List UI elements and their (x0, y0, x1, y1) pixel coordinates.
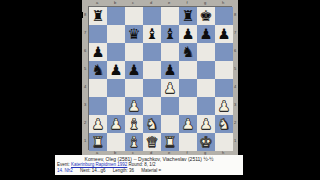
square-g1[interactable]: ♚ (197, 133, 215, 151)
square-b1[interactable] (107, 133, 125, 151)
square-d7[interactable]: ♝ (143, 25, 161, 43)
square-b4[interactable] (107, 79, 125, 97)
square-c8[interactable] (125, 7, 143, 25)
piece-white-rook: ♜ (92, 133, 105, 151)
caption-panel: Korneev, Oleg (2581) -- Dyachkov, Viache… (55, 155, 243, 175)
piece-black-queen: ♛ (128, 25, 141, 43)
square-h3[interactable]: ♟ (215, 97, 233, 115)
square-e5[interactable]: ♟ (161, 61, 179, 79)
square-e3[interactable] (161, 97, 179, 115)
square-c3[interactable]: ♟ (125, 97, 143, 115)
square-g3[interactable] (197, 97, 215, 115)
black-player-rating: (2511) (188, 156, 202, 162)
square-g5[interactable] (197, 61, 215, 79)
square-h8[interactable] (215, 7, 233, 25)
event-label: Event: (57, 162, 70, 167)
game-result: ½-½ (203, 156, 213, 162)
piece-white-pawn: ♟ (164, 79, 177, 97)
square-d1[interactable]: ♛ (143, 133, 161, 151)
square-f6[interactable]: ♞ (179, 43, 197, 61)
square-b5[interactable]: ♟ (107, 61, 125, 79)
square-f7[interactable]: ♟ (179, 25, 197, 43)
square-d3[interactable] (143, 97, 161, 115)
piece-white-pawn: ♟ (200, 115, 213, 133)
square-e7[interactable]: ♝ (161, 25, 179, 43)
next-move: Next: 14...g6 (80, 168, 106, 173)
square-f5[interactable] (179, 61, 197, 79)
piece-black-knight: ♞ (92, 61, 105, 79)
square-e1[interactable]: ♜ (161, 133, 179, 151)
square-b7[interactable] (107, 25, 125, 43)
move-info-line: 14. Nh2 Next: 14...g6 Length: 36 Materia… (55, 168, 243, 174)
square-g8[interactable]: ♚ (197, 7, 215, 25)
material-balance: Material = (141, 168, 161, 173)
piece-black-pawn: ♟ (182, 25, 195, 43)
square-a4[interactable] (89, 79, 107, 97)
square-h7[interactable]: ♟ (215, 25, 233, 43)
piece-white-pawn: ♟ (128, 97, 141, 115)
chess-board: ♜♜♚♛♝♝♟♟♟♟♞♞♟♟♟♟♟♟♟♟♝♞♟♟♞♜♝♛♜♚ (88, 6, 232, 150)
square-e2[interactable] (161, 115, 179, 133)
piece-black-bishop: ♝ (146, 25, 159, 43)
square-f3[interactable] (179, 97, 197, 115)
piece-white-pawn: ♟ (92, 115, 105, 133)
square-h4[interactable] (215, 79, 233, 97)
square-c6[interactable] (125, 43, 143, 61)
piece-white-knight: ♞ (218, 115, 231, 133)
square-d8[interactable] (143, 7, 161, 25)
square-b2[interactable]: ♟ (107, 115, 125, 133)
event-detail: Round: 8, 1/2 (129, 162, 156, 167)
square-b8[interactable] (107, 7, 125, 25)
square-f8[interactable]: ♜ (179, 7, 197, 25)
square-g7[interactable]: ♟ (197, 25, 215, 43)
piece-black-pawn: ♟ (110, 61, 123, 79)
square-a7[interactable] (89, 25, 107, 43)
square-d5[interactable] (143, 61, 161, 79)
square-a5[interactable]: ♞ (89, 61, 107, 79)
piece-black-pawn: ♟ (218, 25, 231, 43)
piece-black-knight: ♞ (182, 43, 195, 61)
game-length: Length: 36 (113, 168, 134, 173)
square-f1[interactable] (179, 133, 197, 151)
square-a2[interactable]: ♟ (89, 115, 107, 133)
piece-black-bishop: ♝ (164, 25, 177, 43)
piece-black-rook: ♜ (92, 7, 105, 25)
square-e4[interactable]: ♟ (161, 79, 179, 97)
black-to-move-indicator (76, 12, 83, 18)
piece-white-pawn: ♟ (218, 97, 231, 115)
square-g6[interactable] (197, 43, 215, 61)
square-a1[interactable]: ♜ (89, 133, 107, 151)
piece-white-bishop: ♝ (128, 115, 141, 133)
chess-program-panel: abcdefgh 87654321 87654321 abcdefgh ♜♜♚♛… (82, 0, 238, 155)
event-link[interactable]: Katerinburg Rapidmen 1992 (71, 162, 127, 167)
square-c2[interactable]: ♝ (125, 115, 143, 133)
piece-white-pawn: ♟ (110, 115, 123, 133)
square-a8[interactable]: ♜ (89, 7, 107, 25)
piece-white-queen: ♛ (146, 133, 159, 151)
piece-black-pawn: ♟ (164, 61, 177, 79)
piece-white-bishop: ♝ (128, 133, 141, 151)
square-d2[interactable]: ♞ (143, 115, 161, 133)
square-c1[interactable]: ♝ (125, 133, 143, 151)
piece-black-rook: ♜ (182, 7, 195, 25)
piece-black-pawn: ♟ (200, 25, 213, 43)
square-b3[interactable] (107, 97, 125, 115)
square-c7[interactable]: ♛ (125, 25, 143, 43)
square-h2[interactable]: ♞ (215, 115, 233, 133)
square-a3[interactable] (89, 97, 107, 115)
square-e8[interactable] (161, 7, 179, 25)
square-f4[interactable] (179, 79, 197, 97)
piece-white-pawn: ♟ (182, 115, 195, 133)
square-b6[interactable] (107, 43, 125, 61)
square-h6[interactable] (215, 43, 233, 61)
piece-black-pawn: ♟ (128, 61, 141, 79)
square-g4[interactable] (197, 79, 215, 97)
square-c5[interactable]: ♟ (125, 61, 143, 79)
piece-black-king: ♚ (200, 7, 213, 25)
piece-black-pawn: ♟ (92, 43, 105, 61)
square-g2[interactable]: ♟ (197, 115, 215, 133)
square-h1[interactable] (215, 133, 233, 151)
last-move: 14. Nh2 (57, 168, 73, 173)
square-h5[interactable] (215, 61, 233, 79)
square-c4[interactable] (125, 79, 143, 97)
square-e6[interactable] (161, 43, 179, 61)
piece-white-knight: ♞ (146, 115, 159, 133)
square-a6[interactable]: ♟ (89, 43, 107, 61)
square-d4[interactable] (143, 79, 161, 97)
square-f2[interactable]: ♟ (179, 115, 197, 133)
piece-white-king: ♚ (200, 133, 213, 151)
piece-white-rook: ♜ (164, 133, 177, 151)
square-d6[interactable] (143, 43, 161, 61)
